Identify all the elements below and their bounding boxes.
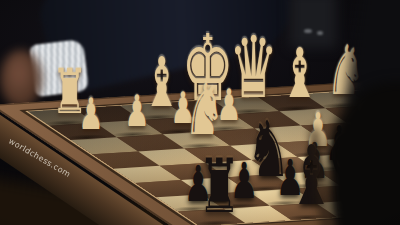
piece-glyph: ♞ [184,74,225,145]
piece-glyph: ♟ [125,90,150,133]
piece-glyph: ♝ [280,40,319,108]
background-glint-icon [304,29,312,33]
player-hand [0,50,42,108]
piece-glyph: ♜ [198,148,241,222]
piece-glyph: ♟ [79,93,104,136]
broadcast-photo-frame: worldchess.com ♜♝♚♛♝♞♜♟♟♟♟♟♟♞♟♟♟♞♟♟♟♟♟♟♟… [0,0,400,225]
